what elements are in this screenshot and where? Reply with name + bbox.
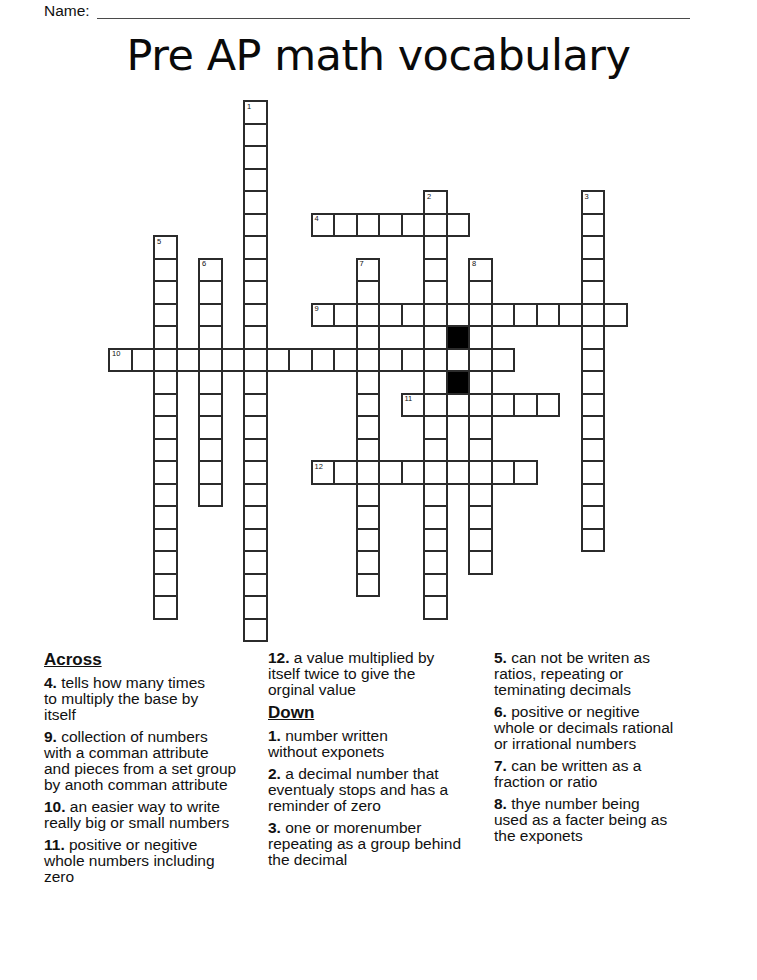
grid-cell[interactable] xyxy=(153,258,178,283)
grid-cell[interactable] xyxy=(198,460,223,485)
grid-cell[interactable] xyxy=(581,348,606,373)
blocked-cell xyxy=(446,325,471,350)
grid-cell[interactable] xyxy=(423,550,448,575)
cell-number: 2 xyxy=(427,193,431,201)
cell-number: 5 xyxy=(157,238,161,246)
grid-cell[interactable] xyxy=(356,303,381,328)
grid-cell[interactable] xyxy=(153,303,178,328)
grid-cell[interactable] xyxy=(243,168,268,193)
grid-cell[interactable] xyxy=(243,303,268,328)
grid-cell[interactable] xyxy=(423,370,448,395)
grid-cell[interactable] xyxy=(243,550,268,575)
clue-7: 7. can be written as a fraction or ratio xyxy=(494,758,716,790)
grid-cell[interactable] xyxy=(423,280,448,305)
grid-cell[interactable] xyxy=(581,213,606,238)
grid-cell[interactable] xyxy=(198,303,223,328)
grid-cell[interactable] xyxy=(356,415,381,440)
clue-text: an easier way to write really big or sma… xyxy=(44,798,229,831)
grid-cell[interactable] xyxy=(243,370,268,395)
grid-cell[interactable] xyxy=(198,348,223,373)
clue-number-label: 3. xyxy=(268,819,285,836)
cell-number: 11 xyxy=(405,395,413,403)
grid-cell[interactable] xyxy=(468,415,493,440)
grid-cell[interactable] xyxy=(356,505,381,530)
grid-cell[interactable] xyxy=(491,303,516,328)
grid-cell[interactable] xyxy=(153,348,178,373)
grid-cell[interactable] xyxy=(468,370,493,395)
grid-cell[interactable] xyxy=(423,438,448,463)
grid-cell[interactable] xyxy=(513,303,538,328)
clue-1: 1. number written without exponets xyxy=(268,728,494,760)
grid-cell[interactable] xyxy=(153,573,178,598)
grid-cell[interactable] xyxy=(446,393,471,418)
grid-cell[interactable] xyxy=(243,483,268,508)
grid-cell[interactable] xyxy=(491,348,516,373)
grid-cell[interactable] xyxy=(243,618,268,643)
grid-cell[interactable] xyxy=(401,460,426,485)
grid-cell[interactable] xyxy=(198,393,223,418)
clue-2: 2. a decimal number that eventualy stops… xyxy=(268,766,494,814)
grid-cell[interactable] xyxy=(513,393,538,418)
grid-cell[interactable] xyxy=(401,348,426,373)
grid-cell[interactable] xyxy=(378,460,403,485)
clue-text: thye number being used as a facter being… xyxy=(494,795,667,844)
grid-cell[interactable] xyxy=(288,348,313,373)
grid-cell[interactable] xyxy=(423,393,448,418)
grid-cell[interactable] xyxy=(333,348,358,373)
grid-cell[interactable]: 5 xyxy=(153,235,178,260)
grid-cell[interactable] xyxy=(378,213,403,238)
grid-cell[interactable] xyxy=(468,438,493,463)
grid-cell[interactable]: 8 xyxy=(468,258,493,283)
grid-cell[interactable] xyxy=(468,528,493,553)
grid-cell[interactable] xyxy=(356,528,381,553)
clue-text: collection of numbers with a comman attr… xyxy=(44,728,236,793)
cell-number: 8 xyxy=(472,260,476,268)
clue-12: 12. a value multiplied by itself twice t… xyxy=(268,650,494,698)
clue-8: 8. thye number being used as a facter be… xyxy=(494,796,716,844)
grid-cell[interactable] xyxy=(423,325,448,350)
grid-cell[interactable] xyxy=(581,235,606,260)
grid-cell[interactable] xyxy=(468,483,493,508)
grid-cell[interactable] xyxy=(243,573,268,598)
grid-cell[interactable] xyxy=(423,303,448,328)
grid-cell[interactable] xyxy=(423,483,448,508)
grid-cell[interactable] xyxy=(243,505,268,530)
clue-text: tells how many times to multiply the bas… xyxy=(44,674,205,723)
clue-number-label: 5. xyxy=(494,649,511,666)
clue-number-label: 9. xyxy=(44,728,61,745)
grid-cell[interactable] xyxy=(176,348,201,373)
clue-4: 4. tells how many times to multiply the … xyxy=(44,675,270,723)
grid-cell[interactable] xyxy=(243,393,268,418)
grid-cell[interactable] xyxy=(333,303,358,328)
grid-cell[interactable] xyxy=(581,438,606,463)
clue-text: can not be writen as ratios, repeating o… xyxy=(494,649,650,698)
grid-cell[interactable] xyxy=(581,280,606,305)
down-heading: Down xyxy=(268,704,494,722)
clue-text: a decimal number that eventualy stops an… xyxy=(268,765,448,814)
grid-cell[interactable] xyxy=(243,213,268,238)
grid-cell[interactable] xyxy=(468,348,493,373)
grid-cell[interactable] xyxy=(243,460,268,485)
grid-cell[interactable] xyxy=(356,393,381,418)
grid-cell[interactable] xyxy=(513,460,538,485)
grid-cell[interactable] xyxy=(243,190,268,215)
grid-cell[interactable]: 4 xyxy=(311,213,336,238)
cell-number: 9 xyxy=(315,305,319,313)
grid-cell[interactable] xyxy=(198,280,223,305)
clue-text: positive or negitive whole or decimals r… xyxy=(494,703,673,752)
grid-cell[interactable] xyxy=(153,415,178,440)
grid-cell[interactable] xyxy=(446,460,471,485)
grid-cell[interactable] xyxy=(153,325,178,350)
clue-number-label: 6. xyxy=(494,703,511,720)
grid-cell[interactable] xyxy=(423,595,448,620)
clue-number-label: 1. xyxy=(268,727,285,744)
grid-cell[interactable] xyxy=(198,438,223,463)
grid-cell[interactable] xyxy=(581,528,606,553)
cell-number: 3 xyxy=(585,193,589,201)
clue-number-label: 4. xyxy=(44,674,61,691)
grid-cell[interactable] xyxy=(153,370,178,395)
clue-text: one or morenumber repeating as a group b… xyxy=(268,819,461,868)
grid-cell[interactable] xyxy=(468,550,493,575)
grid-cell[interactable] xyxy=(446,213,471,238)
grid-cell[interactable] xyxy=(153,438,178,463)
grid-cell[interactable] xyxy=(333,460,358,485)
grid-cell[interactable] xyxy=(153,280,178,305)
grid-cell[interactable] xyxy=(536,303,561,328)
grid-cell[interactable] xyxy=(603,303,628,328)
grid-cell[interactable] xyxy=(356,483,381,508)
grid-cell[interactable]: 2 xyxy=(423,190,448,215)
clue-6: 6. positive or negitive whole or decimal… xyxy=(494,704,716,752)
grid-cell[interactable]: 7 xyxy=(356,258,381,283)
grid-cell[interactable] xyxy=(333,213,358,238)
grid-cell[interactable] xyxy=(243,280,268,305)
grid-cell[interactable] xyxy=(423,235,448,260)
grid-cell[interactable] xyxy=(356,573,381,598)
grid-cell[interactable] xyxy=(243,123,268,148)
grid-cell[interactable] xyxy=(153,550,178,575)
grid-cell[interactable] xyxy=(198,370,223,395)
grid-cell[interactable] xyxy=(153,595,178,620)
grid-cell[interactable] xyxy=(581,415,606,440)
grid-cell[interactable] xyxy=(198,415,223,440)
grid-cell[interactable] xyxy=(423,573,448,598)
grid-cell[interactable] xyxy=(153,528,178,553)
grid-cell[interactable] xyxy=(153,505,178,530)
grid-cell[interactable] xyxy=(581,370,606,395)
grid-cell[interactable] xyxy=(153,393,178,418)
grid-cell[interactable] xyxy=(356,280,381,305)
grid-cell[interactable] xyxy=(131,348,156,373)
grid-cell[interactable] xyxy=(446,303,471,328)
grid-cell[interactable]: 9 xyxy=(311,303,336,328)
grid-cell[interactable]: 11 xyxy=(401,393,426,418)
clue-text: number written without exponets xyxy=(268,727,388,760)
clue-10: 10. an easier way to write really big or… xyxy=(44,799,270,831)
grid-cell[interactable] xyxy=(153,460,178,485)
grid-cell[interactable] xyxy=(356,348,381,373)
grid-cell[interactable] xyxy=(468,393,493,418)
grid-cell[interactable] xyxy=(468,325,493,350)
grid-cell[interactable]: 1 xyxy=(243,100,268,125)
grid-cell[interactable] xyxy=(468,303,493,328)
grid-cell[interactable] xyxy=(468,460,493,485)
cell-number: 6 xyxy=(202,260,206,268)
grid-cell[interactable] xyxy=(266,348,291,373)
worksheet-page: Name: Pre AP math vocabulary 12345678910… xyxy=(0,0,757,980)
cell-number: 12 xyxy=(315,463,323,471)
grid-cell[interactable] xyxy=(243,438,268,463)
grid-cell[interactable] xyxy=(581,460,606,485)
grid-cell[interactable] xyxy=(423,460,448,485)
across-heading: Across xyxy=(44,651,270,669)
clue-5: 5. can not be writen as ratios, repeatin… xyxy=(494,650,716,698)
grid-cell[interactable] xyxy=(581,258,606,283)
clue-number-label: 8. xyxy=(494,795,511,812)
grid-cell[interactable] xyxy=(401,213,426,238)
grid-cell[interactable] xyxy=(198,325,223,350)
grid-cell[interactable] xyxy=(243,348,268,373)
grid-cell[interactable] xyxy=(581,505,606,530)
grid-cell[interactable]: 6 xyxy=(198,258,223,283)
grid-cell[interactable]: 10 xyxy=(108,348,133,373)
grid-cell[interactable]: 12 xyxy=(311,460,336,485)
grid-cell[interactable] xyxy=(468,280,493,305)
clue-number-label: 12. xyxy=(268,649,294,666)
grid-cell[interactable] xyxy=(243,235,268,260)
grid-cell[interactable] xyxy=(491,393,516,418)
grid-cell[interactable] xyxy=(423,415,448,440)
clue-number-label: 7. xyxy=(494,757,511,774)
grid-cell[interactable] xyxy=(581,325,606,350)
grid-cell[interactable] xyxy=(423,213,448,238)
grid-cell[interactable] xyxy=(423,528,448,553)
clue-11: 11. positive or negitive whole numbers i… xyxy=(44,837,270,885)
grid-cell[interactable] xyxy=(153,483,178,508)
grid-cell[interactable] xyxy=(558,303,583,328)
grid-cell[interactable] xyxy=(243,415,268,440)
grid-cell[interactable] xyxy=(536,393,561,418)
grid-cell[interactable] xyxy=(356,325,381,350)
grid-cell[interactable] xyxy=(243,325,268,350)
grid-cell[interactable] xyxy=(243,145,268,170)
grid-cell[interactable] xyxy=(356,438,381,463)
cell-number: 10 xyxy=(112,350,120,358)
crossword-grid: 123456789101112 xyxy=(0,0,757,660)
cell-number: 7 xyxy=(360,260,364,268)
grid-cell[interactable] xyxy=(198,483,223,508)
grid-cell[interactable] xyxy=(356,370,381,395)
grid-cell[interactable] xyxy=(356,213,381,238)
grid-cell[interactable] xyxy=(581,483,606,508)
clue-number-label: 10. xyxy=(44,798,70,815)
grid-cell[interactable] xyxy=(581,303,606,328)
grid-cell[interactable] xyxy=(243,595,268,620)
grid-cell[interactable] xyxy=(491,460,516,485)
grid-cell[interactable] xyxy=(423,348,448,373)
grid-cell[interactable] xyxy=(243,258,268,283)
grid-cell[interactable] xyxy=(423,258,448,283)
clue-number-label: 11. xyxy=(44,836,69,853)
clue-text: can be written as a fraction or ratio xyxy=(494,757,641,790)
cell-number: 1 xyxy=(247,103,251,111)
grid-cell[interactable] xyxy=(378,303,403,328)
grid-cell[interactable] xyxy=(356,460,381,485)
grid-cell[interactable] xyxy=(468,505,493,530)
grid-cell[interactable] xyxy=(581,393,606,418)
clue-number-label: 2. xyxy=(268,765,285,782)
grid-cell[interactable] xyxy=(243,528,268,553)
clues-column-3: 5. can not be writen as ratios, repeatin… xyxy=(494,650,716,850)
grid-cell[interactable] xyxy=(311,348,336,373)
cell-number: 4 xyxy=(315,215,319,223)
grid-cell[interactable]: 3 xyxy=(581,190,606,215)
grid-cell[interactable] xyxy=(446,348,471,373)
clue-3: 3. one or morenumber repeating as a grou… xyxy=(268,820,494,868)
clue-9: 9. collection of numbers with a comman a… xyxy=(44,729,270,793)
clue-text: positive or negitive whole numbers inclu… xyxy=(44,836,215,885)
grid-cell[interactable] xyxy=(378,348,403,373)
grid-cell[interactable] xyxy=(401,303,426,328)
clues-column-2: 12. a value multiplied by itself twice t… xyxy=(268,650,494,874)
clues-column-1: Across4. tells how many times to multipl… xyxy=(44,650,270,891)
blocked-cell xyxy=(446,370,471,395)
grid-cell[interactable] xyxy=(356,550,381,575)
grid-cell[interactable] xyxy=(221,348,246,373)
grid-cell[interactable] xyxy=(423,505,448,530)
clue-text: a value multiplied by itself twice to gi… xyxy=(268,649,434,698)
